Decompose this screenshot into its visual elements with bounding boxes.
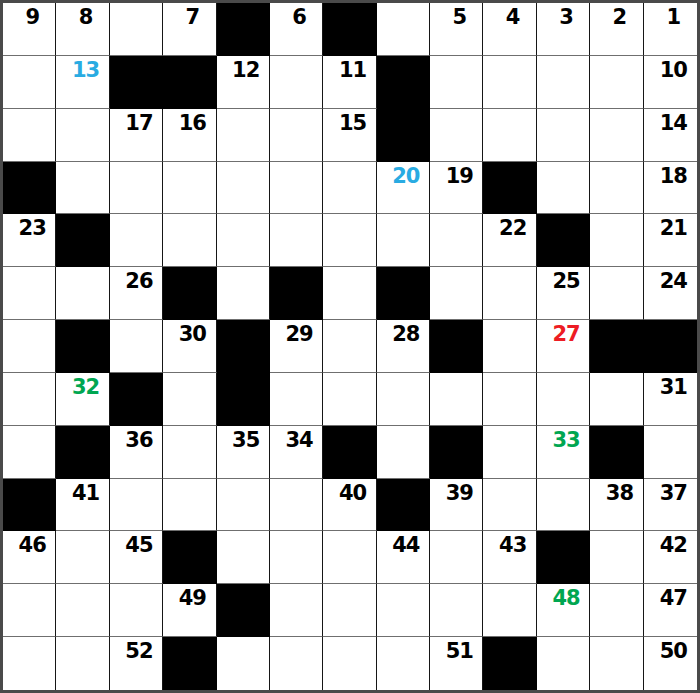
cell-r1c12[interactable]: 10	[644, 56, 697, 109]
cell-r11c5[interactable]	[270, 584, 323, 637]
clue-number-2: 2	[613, 7, 627, 28]
cell-r2c3[interactable]: 16	[163, 109, 216, 162]
clue-number-15: 15	[339, 113, 366, 134]
cell-r4c4[interactable]	[217, 214, 270, 267]
clue-number-10: 10	[660, 60, 687, 81]
cell-r7c6[interactable]	[323, 373, 376, 426]
cell-r0c11[interactable]: 2	[590, 3, 643, 56]
cell-r11c3[interactable]: 49	[163, 584, 216, 637]
clue-number-3: 3	[559, 7, 573, 28]
cell-r10c1[interactable]	[56, 531, 109, 584]
block-cell-r8c1	[56, 426, 109, 479]
block-cell-r10c3	[163, 531, 216, 584]
cell-r5c8[interactable]	[430, 267, 483, 320]
cell-r5c9[interactable]	[483, 267, 536, 320]
cell-r2c10[interactable]	[537, 109, 590, 162]
block-cell-r6c4	[217, 320, 270, 373]
block-cell-r5c5	[270, 267, 323, 320]
page: 9876543211312111017161514201918232221262…	[0, 0, 700, 693]
clue-number-31: 31	[660, 377, 687, 398]
clue-number-41: 41	[72, 483, 99, 504]
cell-r6c7[interactable]: 28	[377, 320, 430, 373]
cell-r4c3[interactable]	[163, 214, 216, 267]
cell-r12c8[interactable]: 51	[430, 637, 483, 690]
block-cell-r3c9	[483, 162, 536, 215]
cell-r9c12[interactable]: 37	[644, 479, 697, 532]
cell-r7c12[interactable]: 31	[644, 373, 697, 426]
cell-r11c10[interactable]: 48	[537, 584, 590, 637]
clue-number-27: 27	[552, 324, 579, 345]
cell-r9c10[interactable]	[537, 479, 590, 532]
crossword-board: 9876543211312111017161514201918232221262…	[0, 0, 700, 693]
cell-r4c11[interactable]	[590, 214, 643, 267]
cell-r4c5[interactable]	[270, 214, 323, 267]
clue-number-17: 17	[125, 113, 152, 134]
clue-number-49: 49	[179, 588, 206, 609]
cell-r8c10[interactable]: 33	[537, 426, 590, 479]
cell-r9c11[interactable]: 38	[590, 479, 643, 532]
cell-r2c4[interactable]	[217, 109, 270, 162]
cell-r9c9[interactable]	[483, 479, 536, 532]
cell-r7c1[interactable]: 32	[56, 373, 109, 426]
cell-r7c0[interactable]	[3, 373, 56, 426]
cell-r12c12[interactable]: 50	[644, 637, 697, 690]
cell-r1c5[interactable]	[270, 56, 323, 109]
block-cell-r0c6	[323, 3, 376, 56]
cell-r11c6[interactable]	[323, 584, 376, 637]
block-cell-r1c2	[110, 56, 163, 109]
cell-r11c9[interactable]	[483, 584, 536, 637]
cell-r12c4[interactable]	[217, 637, 270, 690]
block-cell-r8c6	[323, 426, 376, 479]
clue-number-39: 39	[446, 483, 473, 504]
cell-r12c2[interactable]: 52	[110, 637, 163, 690]
clue-number-32: 32	[72, 377, 99, 398]
cell-r4c9[interactable]: 22	[483, 214, 536, 267]
cell-r9c3[interactable]	[163, 479, 216, 532]
cell-r6c6[interactable]	[323, 320, 376, 373]
clue-number-25: 25	[552, 271, 579, 292]
cell-r7c8[interactable]	[430, 373, 483, 426]
cell-r6c9[interactable]	[483, 320, 536, 373]
block-cell-r5c3	[163, 267, 216, 320]
cell-r7c7[interactable]	[377, 373, 430, 426]
cell-r11c0[interactable]	[3, 584, 56, 637]
cell-r6c5[interactable]: 29	[270, 320, 323, 373]
cell-r1c11[interactable]	[590, 56, 643, 109]
cell-r11c7[interactable]	[377, 584, 430, 637]
cell-r11c8[interactable]	[430, 584, 483, 637]
cell-r4c6[interactable]	[323, 214, 376, 267]
block-cell-r2c7	[377, 109, 430, 162]
block-cell-r0c4	[217, 3, 270, 56]
cell-r6c2[interactable]	[110, 320, 163, 373]
clue-number-23: 23	[19, 218, 46, 239]
clue-number-43: 43	[499, 535, 526, 556]
clue-number-33: 33	[552, 430, 579, 451]
cell-r8c12[interactable]	[644, 426, 697, 479]
cell-r7c11[interactable]	[590, 373, 643, 426]
cell-r9c4[interactable]	[217, 479, 270, 532]
block-cell-r3c0	[3, 162, 56, 215]
cell-r5c4[interactable]	[217, 267, 270, 320]
clue-number-37: 37	[660, 483, 687, 504]
cell-r8c4[interactable]: 35	[217, 426, 270, 479]
cell-r8c7[interactable]	[377, 426, 430, 479]
cell-r6c0[interactable]	[3, 320, 56, 373]
clue-number-36: 36	[125, 430, 152, 451]
cell-r12c6[interactable]	[323, 637, 376, 690]
cell-r8c5[interactable]: 34	[270, 426, 323, 479]
cell-r12c0[interactable]	[3, 637, 56, 690]
cell-r9c2[interactable]	[110, 479, 163, 532]
cell-r1c10[interactable]	[537, 56, 590, 109]
block-cell-r9c7	[377, 479, 430, 532]
clue-number-8: 8	[79, 7, 93, 28]
clue-number-4: 4	[506, 7, 520, 28]
block-cell-r1c3	[163, 56, 216, 109]
cell-r3c3[interactable]	[163, 162, 216, 215]
clue-number-45: 45	[125, 535, 152, 556]
cell-r3c1[interactable]	[56, 162, 109, 215]
cell-r3c4[interactable]	[217, 162, 270, 215]
clue-number-16: 16	[179, 113, 206, 134]
block-cell-r6c1	[56, 320, 109, 373]
cell-r2c11[interactable]	[590, 109, 643, 162]
clue-number-20: 20	[392, 166, 419, 187]
block-cell-r4c10	[537, 214, 590, 267]
clue-number-21: 21	[660, 218, 687, 239]
cell-r10c2[interactable]: 45	[110, 531, 163, 584]
cell-r8c3[interactable]	[163, 426, 216, 479]
cell-r10c11[interactable]	[590, 531, 643, 584]
cell-r4c8[interactable]	[430, 214, 483, 267]
clue-number-26: 26	[125, 271, 152, 292]
clue-number-5: 5	[452, 7, 466, 28]
cell-r8c9[interactable]	[483, 426, 536, 479]
cell-r8c2[interactable]: 36	[110, 426, 163, 479]
cell-r1c4[interactable]: 12	[217, 56, 270, 109]
cell-r0c9[interactable]: 4	[483, 3, 536, 56]
block-cell-r9c0	[3, 479, 56, 532]
cell-r1c9[interactable]	[483, 56, 536, 109]
clue-number-18: 18	[660, 166, 687, 187]
block-cell-r6c12	[644, 320, 697, 373]
cell-r4c12[interactable]: 21	[644, 214, 697, 267]
cell-r10c5[interactable]	[270, 531, 323, 584]
clue-number-30: 30	[179, 324, 206, 345]
cell-r11c1[interactable]	[56, 584, 109, 637]
block-cell-r7c2	[110, 373, 163, 426]
cell-r12c5[interactable]	[270, 637, 323, 690]
cell-r11c11[interactable]	[590, 584, 643, 637]
block-cell-r1c7	[377, 56, 430, 109]
cell-r9c8[interactable]: 39	[430, 479, 483, 532]
cell-r2c8[interactable]	[430, 109, 483, 162]
cell-r12c7[interactable]	[377, 637, 430, 690]
clue-number-6: 6	[292, 7, 306, 28]
block-cell-r6c8	[430, 320, 483, 373]
cell-r6c10[interactable]: 27	[537, 320, 590, 373]
cell-r3c12[interactable]: 18	[644, 162, 697, 215]
block-cell-r12c9	[483, 637, 536, 690]
cell-r0c7[interactable]	[377, 3, 430, 56]
clue-number-44: 44	[392, 535, 419, 556]
cell-r3c10[interactable]	[537, 162, 590, 215]
cell-r10c12[interactable]: 42	[644, 531, 697, 584]
clue-number-11: 11	[339, 60, 366, 81]
clue-number-1: 1	[666, 7, 680, 28]
cell-r10c4[interactable]	[217, 531, 270, 584]
cell-r0c5[interactable]: 6	[270, 3, 323, 56]
cell-r7c10[interactable]	[537, 373, 590, 426]
clue-number-22: 22	[499, 218, 526, 239]
cell-r2c2[interactable]: 17	[110, 109, 163, 162]
block-cell-r8c8	[430, 426, 483, 479]
cell-r4c0[interactable]: 23	[3, 214, 56, 267]
cell-r0c3[interactable]: 7	[163, 3, 216, 56]
clue-number-42: 42	[660, 535, 687, 556]
cell-r2c12[interactable]: 14	[644, 109, 697, 162]
cell-r6c3[interactable]: 30	[163, 320, 216, 373]
cell-r12c1[interactable]	[56, 637, 109, 690]
cell-r7c3[interactable]	[163, 373, 216, 426]
clue-number-28: 28	[392, 324, 419, 345]
cell-r4c2[interactable]	[110, 214, 163, 267]
clue-number-19: 19	[446, 166, 473, 187]
clue-number-29: 29	[285, 324, 312, 345]
clue-number-46: 46	[19, 535, 46, 556]
cell-r2c5[interactable]	[270, 109, 323, 162]
clue-number-47: 47	[660, 588, 687, 609]
block-cell-r6c11	[590, 320, 643, 373]
block-cell-r4c1	[56, 214, 109, 267]
cell-r7c9[interactable]	[483, 373, 536, 426]
cell-r3c11[interactable]	[590, 162, 643, 215]
block-cell-r5c7	[377, 267, 430, 320]
cell-r0c10[interactable]: 3	[537, 3, 590, 56]
block-cell-r11c4	[217, 584, 270, 637]
clue-number-52: 52	[125, 641, 152, 662]
cell-r5c2[interactable]: 26	[110, 267, 163, 320]
cell-r5c10[interactable]: 25	[537, 267, 590, 320]
cell-r8c0[interactable]	[3, 426, 56, 479]
clue-number-34: 34	[285, 430, 312, 451]
cell-r11c2[interactable]	[110, 584, 163, 637]
cell-r2c6[interactable]: 15	[323, 109, 376, 162]
cell-r2c9[interactable]	[483, 109, 536, 162]
cell-r1c8[interactable]	[430, 56, 483, 109]
cell-r3c2[interactable]	[110, 162, 163, 215]
cell-r1c6[interactable]: 11	[323, 56, 376, 109]
cell-r0c2[interactable]	[110, 3, 163, 56]
clue-number-12: 12	[232, 60, 259, 81]
cell-r3c6[interactable]	[323, 162, 376, 215]
clue-number-51: 51	[446, 641, 473, 662]
clue-number-50: 50	[660, 641, 687, 662]
cell-r0c8[interactable]: 5	[430, 3, 483, 56]
cell-r12c11[interactable]	[590, 637, 643, 690]
cell-r12c10[interactable]	[537, 637, 590, 690]
cell-r0c0[interactable]: 9	[3, 3, 56, 56]
clue-number-24: 24	[660, 271, 687, 292]
cell-r5c6[interactable]	[323, 267, 376, 320]
clue-number-48: 48	[552, 588, 579, 609]
cell-r7c5[interactable]	[270, 373, 323, 426]
cell-r9c1[interactable]: 41	[56, 479, 109, 532]
cell-r2c1[interactable]	[56, 109, 109, 162]
cell-r9c6[interactable]: 40	[323, 479, 376, 532]
cell-r10c8[interactable]	[430, 531, 483, 584]
cell-r5c11[interactable]	[590, 267, 643, 320]
cell-r10c6[interactable]	[323, 531, 376, 584]
cell-r10c9[interactable]: 43	[483, 531, 536, 584]
cell-r5c0[interactable]	[3, 267, 56, 320]
cell-r10c0[interactable]: 46	[3, 531, 56, 584]
cell-r3c5[interactable]	[270, 162, 323, 215]
clue-number-38: 38	[606, 483, 633, 504]
cell-r2c0[interactable]	[3, 109, 56, 162]
block-cell-r7c4	[217, 373, 270, 426]
cell-r5c1[interactable]	[56, 267, 109, 320]
cell-r11c12[interactable]: 47	[644, 584, 697, 637]
clue-number-9: 9	[25, 7, 39, 28]
clue-number-14: 14	[660, 113, 687, 134]
clue-number-35: 35	[232, 430, 259, 451]
cell-r4c7[interactable]	[377, 214, 430, 267]
cell-r0c12[interactable]: 1	[644, 3, 697, 56]
cell-r9c5[interactable]	[270, 479, 323, 532]
cell-r10c7[interactable]: 44	[377, 531, 430, 584]
clue-number-7: 7	[186, 7, 200, 28]
cell-r0c1[interactable]: 8	[56, 3, 109, 56]
cell-r1c1[interactable]: 13	[56, 56, 109, 109]
cell-r1c0[interactable]	[3, 56, 56, 109]
clue-number-40: 40	[339, 483, 366, 504]
cell-r5c12[interactable]: 24	[644, 267, 697, 320]
block-cell-r8c11	[590, 426, 643, 479]
block-cell-r12c3	[163, 637, 216, 690]
cell-r3c7[interactable]: 20	[377, 162, 430, 215]
clue-number-13: 13	[72, 60, 99, 81]
block-cell-r10c10	[537, 531, 590, 584]
cell-r3c8[interactable]: 19	[430, 162, 483, 215]
